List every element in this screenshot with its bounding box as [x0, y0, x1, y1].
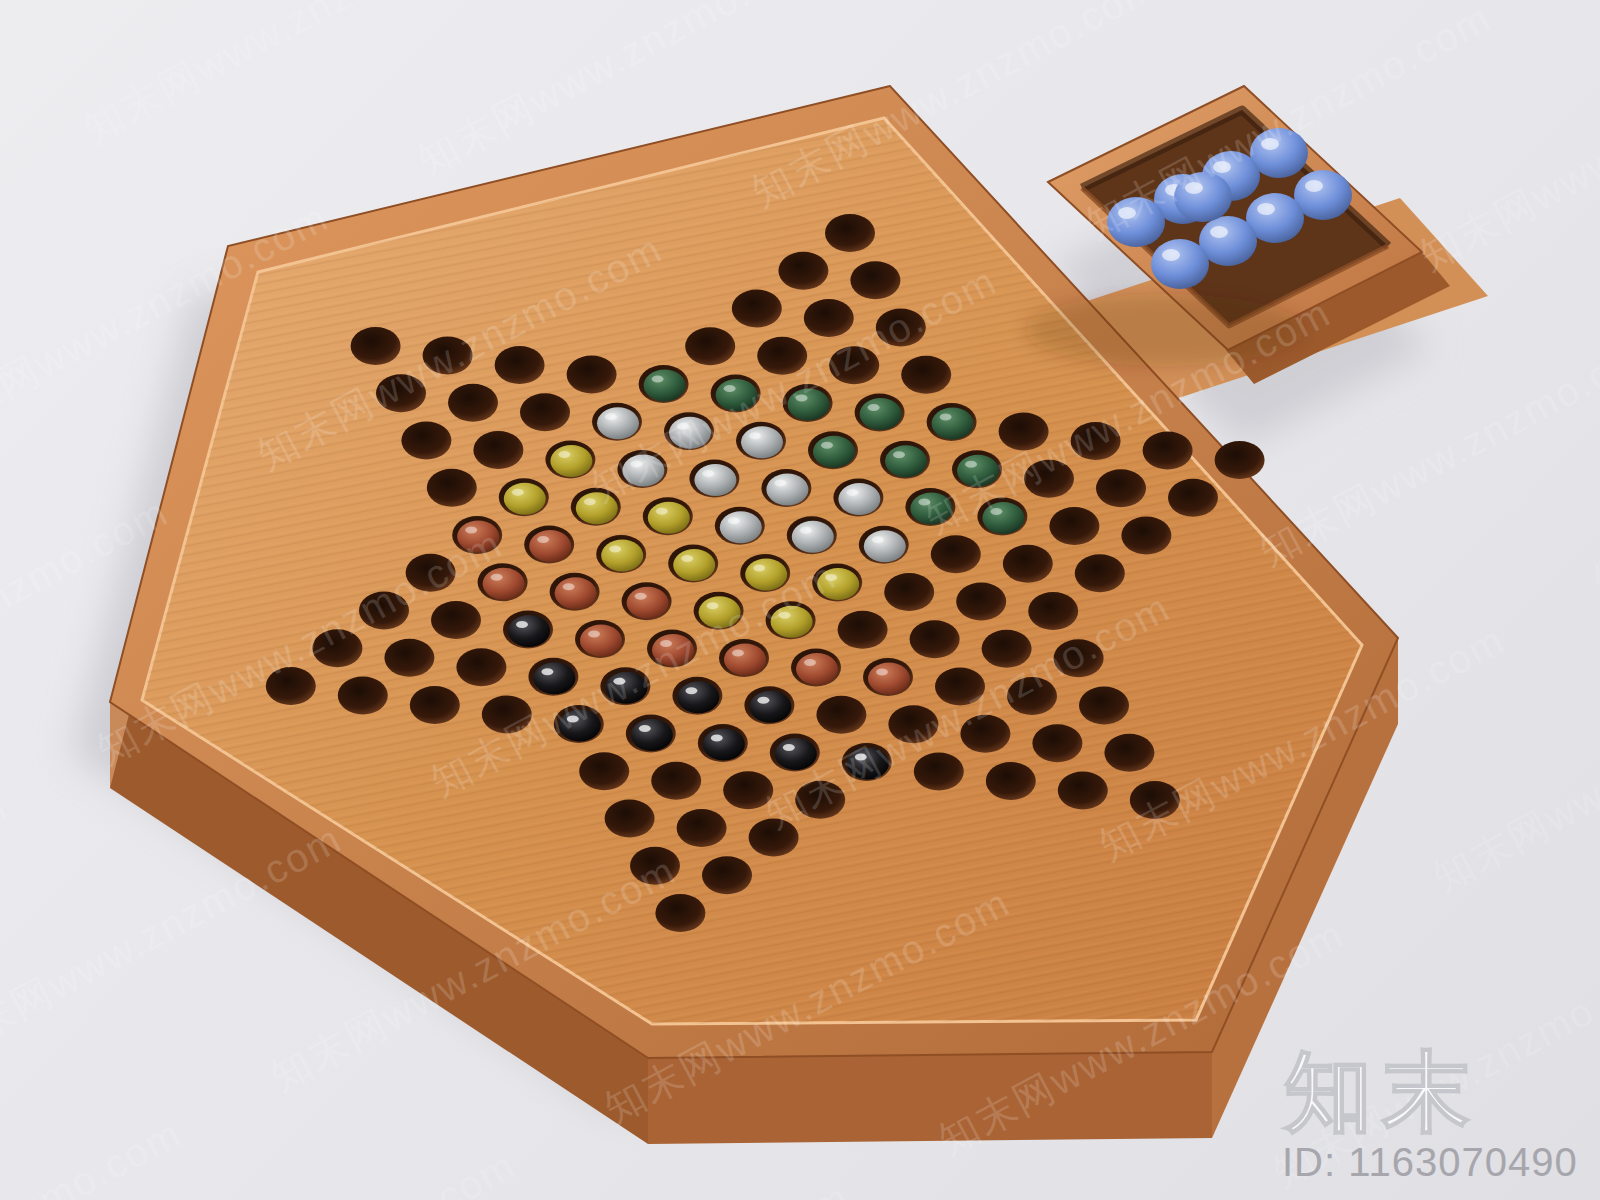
marble-black: [631, 719, 673, 751]
board-hole: [732, 290, 782, 328]
image-id-label: ID: 1163070490: [1282, 1140, 1578, 1184]
marble-highlight: [1257, 203, 1275, 215]
board-hole: [520, 393, 570, 431]
board-hole: [1168, 479, 1218, 517]
marble-gray: [838, 483, 880, 515]
board-hole: [778, 252, 828, 290]
marble-highlight: [491, 574, 503, 581]
marble-gray: [597, 407, 639, 439]
board-hole: [677, 809, 727, 847]
board-hole: [685, 327, 735, 365]
watermark-text: 知末网www.znzmo.com: [0, 1111, 188, 1200]
board-hole: [901, 356, 951, 394]
marble-highlight: [804, 659, 816, 666]
marble-red: [868, 663, 910, 695]
marble-red: [555, 577, 597, 609]
marble-gray: [864, 530, 906, 562]
board-hole: [816, 696, 866, 734]
marble-green: [932, 408, 974, 440]
marble-highlight: [872, 536, 884, 543]
marble-highlight: [711, 735, 723, 742]
marble-highlight: [541, 668, 553, 675]
board-hole: [1215, 441, 1265, 479]
marble-highlight: [732, 650, 744, 657]
marble-highlight: [868, 404, 880, 411]
marble-highlight: [753, 565, 765, 572]
board-hole: [651, 762, 701, 800]
marble-highlight: [563, 583, 575, 590]
marble-highlight: [512, 489, 524, 496]
board-hole: [410, 686, 460, 724]
marble-red: [483, 568, 525, 600]
board-hole: [1079, 687, 1129, 725]
marble-highlight: [749, 432, 761, 439]
marble-highlight: [656, 508, 668, 515]
marble-highlight: [639, 725, 651, 732]
watermark-text: 知末网www.znzmo.com: [1412, 27, 1600, 278]
marble-highlight: [584, 498, 596, 505]
watermark-text: 知末网www.znzmo.com: [76, 0, 496, 151]
render-canvas: 知末网www.znzmo.com知末网www.znzmo.com知末网www.z…: [0, 0, 1600, 1200]
marble-gray: [694, 464, 736, 496]
marble-highlight: [940, 414, 952, 421]
board-hole: [910, 620, 960, 658]
marble-highlight: [728, 517, 740, 524]
board-hole: [655, 894, 705, 932]
marble-highlight: [537, 536, 549, 543]
board-hole: [1143, 432, 1193, 470]
marble-gray: [792, 521, 834, 553]
marble-highlight: [893, 451, 905, 458]
board-hole: [1121, 517, 1171, 555]
board-hole: [384, 639, 434, 677]
marble-green: [885, 445, 927, 477]
marble-red: [529, 530, 571, 562]
marble-highlight: [1162, 249, 1180, 261]
marble-highlight: [609, 546, 621, 553]
marble-highlight: [635, 593, 647, 600]
board-hole: [579, 752, 629, 790]
site-logo: 知末: [1282, 1042, 1480, 1141]
marble-yellow: [601, 540, 643, 572]
marble-highlight: [876, 669, 888, 676]
board-hole: [431, 601, 481, 639]
board-hole: [884, 573, 934, 611]
marble-highlight: [821, 442, 833, 449]
marble-highlight: [516, 621, 528, 628]
marble-yellow: [673, 549, 715, 581]
marble-highlight: [652, 376, 664, 383]
board-hole: [850, 261, 900, 299]
marble-yellow: [504, 483, 546, 515]
marble-highlight: [588, 631, 600, 638]
marble-highlight: [774, 480, 786, 487]
board-hole: [838, 611, 888, 649]
board-hole: [351, 327, 401, 365]
board-hole: [338, 677, 388, 715]
board-hole: [567, 356, 617, 394]
board-hole: [1049, 507, 1099, 545]
board-hole: [986, 762, 1036, 800]
board-hole: [1096, 469, 1146, 507]
marble-highlight: [783, 744, 795, 751]
tray-marble-blue: [1151, 239, 1209, 289]
marble-black: [775, 738, 817, 770]
marble-highlight: [681, 555, 693, 562]
board-hole: [1032, 724, 1082, 762]
board-hole: [401, 422, 451, 460]
board-hole: [825, 214, 875, 252]
board-hole: [473, 431, 523, 469]
board-hole: [1028, 592, 1078, 630]
marble-gray: [766, 474, 808, 506]
board-hole: [448, 384, 498, 422]
brand-area: 知末 ID: 1163070490: [1282, 1042, 1578, 1184]
board-hole: [456, 648, 506, 686]
marble-highlight: [800, 527, 812, 534]
marble-red: [627, 587, 669, 619]
board-hole: [1003, 545, 1053, 583]
marble-highlight: [605, 413, 617, 420]
scene: 知末网www.znzmo.com知末网www.znzmo.com知末网www.z…: [0, 0, 1600, 1200]
marble-highlight: [1305, 180, 1323, 192]
board-hole: [427, 469, 477, 507]
marble-highlight: [757, 697, 769, 704]
marble-black: [749, 691, 791, 723]
marble-black: [508, 615, 550, 647]
board-hole: [1075, 554, 1125, 592]
marble-highlight: [558, 451, 570, 458]
marble-black: [677, 681, 719, 713]
marble-red: [580, 625, 622, 657]
marble-green: [644, 370, 686, 402]
board-hole: [956, 583, 1006, 621]
marble-yellow: [648, 502, 690, 534]
marble-red: [796, 653, 838, 685]
marble-green: [860, 398, 902, 430]
watermark-text: 知末网www.znzmo.com: [0, 816, 349, 1067]
marble-highlight: [846, 489, 858, 496]
marble-black: [703, 729, 745, 761]
marble-gray: [720, 511, 762, 543]
board-hole: [1104, 734, 1154, 772]
board-hole: [702, 856, 752, 894]
board-hole: [1058, 772, 1108, 810]
marble-highlight: [1210, 226, 1228, 238]
marble-green: [813, 436, 855, 468]
marble-highlight: [685, 687, 697, 694]
marble-highlight: [965, 461, 977, 468]
board-hole: [605, 800, 655, 838]
marble-highlight: [702, 470, 714, 477]
